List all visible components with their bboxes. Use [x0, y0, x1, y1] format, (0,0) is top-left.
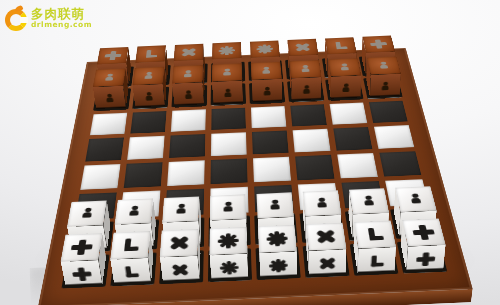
square-a5[interactable] — [85, 138, 124, 162]
pawn-symbol-icon — [102, 73, 117, 81]
piece-black-pawn-b7[interactable] — [136, 91, 167, 110]
piece-black-pawn-g7[interactable] — [328, 82, 360, 101]
cube-front-face — [209, 254, 248, 282]
cube-top-face — [362, 36, 395, 53]
cube-top-face — [174, 44, 204, 61]
pawn-symbol-icon — [313, 197, 330, 209]
pawn-symbol-icon — [261, 87, 273, 97]
chessboard — [59, 56, 450, 292]
pawn-symbol-icon — [340, 83, 352, 93]
cube-front-face — [259, 251, 297, 279]
square-h6[interactable] — [369, 101, 408, 123]
rook-symbol-icon — [411, 224, 435, 240]
pawn-symbol-icon — [78, 207, 96, 219]
cube-front-face — [110, 258, 151, 286]
cube-top-face — [290, 60, 322, 78]
cube-top-face — [115, 198, 153, 224]
bishop-symbol-icon — [291, 41, 314, 54]
piece-black-pawn-h7[interactable] — [366, 81, 399, 100]
square-c5[interactable] — [169, 134, 205, 158]
cube-front-face — [93, 86, 126, 111]
pawn-symbol-icon — [406, 193, 425, 205]
piece-black-pawn-d7[interactable] — [214, 87, 244, 106]
cube-top-face — [287, 39, 318, 56]
cube-top-face — [97, 47, 129, 64]
cube-top-face — [212, 42, 241, 59]
piece-white-king-e1[interactable] — [259, 251, 297, 279]
cube-front-face — [309, 249, 347, 277]
knight-symbol-icon — [332, 41, 350, 51]
cube-front-face — [160, 256, 200, 284]
square-d6[interactable] — [211, 108, 246, 130]
pawn-symbol-icon — [360, 195, 378, 207]
cube-top-face — [306, 223, 346, 251]
cube-top-face — [172, 65, 203, 84]
cube-top-face — [93, 68, 126, 87]
rook-symbol-icon — [70, 239, 93, 255]
pawn-symbol-icon — [126, 205, 143, 217]
piece-black-pawn-e7[interactable] — [252, 86, 283, 105]
cube-top-face — [61, 233, 103, 261]
cube-top-face — [210, 194, 246, 220]
frame-front-wall — [38, 289, 473, 305]
knight-symbol-icon — [367, 254, 386, 268]
cube-top-face — [402, 219, 446, 247]
cube-top-face — [67, 200, 107, 226]
cube-top-face — [354, 221, 396, 249]
scene: 多肉联萌 drlmeng.com — [0, 0, 500, 305]
watermark: 多肉联萌 drlmeng.com — [5, 7, 92, 31]
cube-top-face — [209, 227, 247, 255]
piece-white-rook-a1[interactable] — [66, 259, 107, 288]
cube-top-face — [110, 231, 150, 259]
cube-top-face — [325, 37, 357, 54]
piece-white-queen-d1[interactable] — [212, 253, 249, 282]
cube-front-face — [357, 247, 396, 275]
pawn-symbol-icon — [298, 65, 312, 73]
pawn-symbol-icon — [103, 93, 116, 103]
pawn-symbol-icon — [259, 67, 273, 75]
piece-white-knight-b1[interactable] — [114, 257, 153, 286]
knight-symbol-icon — [121, 265, 141, 279]
square-d4[interactable] — [211, 159, 248, 185]
bishop-symbol-icon — [311, 226, 341, 247]
pawn-symbol-icon — [173, 203, 190, 215]
king-symbol-icon — [269, 259, 288, 273]
cube-front-face — [252, 79, 283, 105]
square-e5[interactable] — [252, 130, 289, 154]
bishop-symbol-icon — [314, 254, 340, 273]
pawn-symbol-icon — [141, 72, 155, 80]
cube-top-face — [250, 40, 280, 57]
square-f4[interactable] — [295, 155, 335, 181]
king-symbol-icon — [256, 44, 273, 54]
cube-top-face — [251, 62, 282, 80]
square-e4[interactable] — [253, 157, 291, 183]
watermark-site-name: 多肉联萌 — [31, 7, 92, 20]
pawn-symbol-icon — [337, 63, 352, 71]
queen-symbol-icon — [220, 261, 239, 275]
piece-white-rook-h1[interactable] — [401, 245, 444, 273]
queen-symbol-icon — [219, 46, 235, 56]
knight-symbol-icon — [119, 237, 142, 253]
square-a4[interactable] — [80, 164, 120, 190]
cube-top-face — [160, 229, 199, 257]
pawn-symbol-icon — [301, 85, 313, 95]
square-b5[interactable] — [127, 136, 165, 160]
piece-black-pawn-f7[interactable] — [290, 84, 321, 103]
cube-top-face — [212, 63, 242, 81]
cube-top-face — [303, 190, 342, 216]
pawn-symbol-icon — [220, 68, 234, 76]
cube-front-face — [172, 82, 204, 108]
square-h5[interactable] — [374, 125, 415, 149]
pawn-symbol-icon — [379, 81, 391, 91]
watermark-site-url: drlmeng.com — [31, 21, 92, 29]
rook-symbol-icon — [71, 267, 92, 281]
pawn-symbol-icon — [220, 201, 236, 213]
square-g4[interactable] — [337, 153, 378, 179]
bishop-symbol-icon — [167, 261, 193, 280]
square-h4[interactable] — [379, 151, 421, 176]
square-c6[interactable] — [171, 109, 206, 132]
square-g6[interactable] — [330, 102, 368, 124]
bishop-symbol-icon — [165, 232, 195, 253]
piece-white-bishop-c1[interactable] — [163, 255, 201, 284]
cube-top-face — [133, 67, 165, 86]
cube-top-face — [162, 196, 199, 222]
piece-black-pawn-a7[interactable] — [96, 92, 128, 111]
cube-top-face — [395, 186, 437, 212]
cube-front-face — [61, 260, 103, 288]
piece-white-bishop-f1[interactable] — [306, 249, 346, 277]
square-c4[interactable] — [167, 160, 205, 186]
square-f6[interactable] — [290, 104, 327, 126]
cube-top-face — [258, 225, 297, 253]
knight-symbol-icon — [363, 227, 387, 243]
piece-white-knight-g1[interactable] — [353, 247, 394, 275]
knight-symbol-icon — [142, 49, 159, 59]
rook-symbol-icon — [416, 252, 436, 266]
cube-front-face — [291, 77, 321, 103]
king-symbol-icon — [266, 231, 288, 247]
cube-front-face — [212, 80, 243, 106]
watermark-logo-icon — [5, 9, 27, 31]
cube-front-face — [370, 74, 401, 100]
cube-front-face — [331, 75, 361, 101]
pawn-symbol-icon — [181, 70, 195, 78]
cube-top-face — [367, 57, 401, 75]
cube-top-face — [349, 188, 389, 214]
queen-symbol-icon — [218, 233, 239, 249]
watermark-text: 多肉联萌 drlmeng.com — [31, 7, 92, 29]
piece-black-pawn-c7[interactable] — [175, 89, 205, 108]
square-g5[interactable] — [333, 127, 372, 151]
pawn-symbol-icon — [376, 62, 391, 70]
cube-top-face — [257, 192, 294, 218]
cube-top-face — [328, 58, 361, 76]
pawn-symbol-icon — [182, 90, 195, 100]
square-a6[interactable] — [90, 113, 127, 136]
cube-top-face — [135, 45, 166, 62]
square-d5[interactable] — [211, 132, 247, 156]
square-f5[interactable] — [293, 129, 331, 153]
rook-symbol-icon — [369, 39, 387, 49]
square-b6[interactable] — [130, 111, 166, 134]
pawn-symbol-icon — [143, 92, 156, 102]
pawn-symbol-icon — [267, 199, 284, 211]
square-b4[interactable] — [124, 162, 163, 188]
cube-front-face — [133, 84, 166, 109]
pawn-symbol-icon — [222, 88, 234, 98]
cube-front-face — [406, 245, 446, 273]
square-e6[interactable] — [251, 106, 287, 128]
bishop-symbol-icon — [177, 46, 200, 59]
rook-symbol-icon — [104, 51, 122, 61]
